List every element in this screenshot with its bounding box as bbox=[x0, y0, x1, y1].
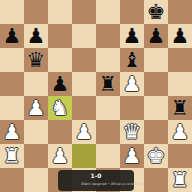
square-a6[interactable] bbox=[0, 48, 24, 72]
white-pawn-f5[interactable]: ♟ bbox=[120, 72, 144, 96]
square-a4[interactable] bbox=[0, 96, 24, 120]
black-queen-b6[interactable]: ♛ bbox=[24, 48, 48, 72]
square-d8[interactable] bbox=[72, 0, 96, 24]
square-e6[interactable] bbox=[96, 48, 120, 72]
black-pawn-f7[interactable]: ♟ bbox=[120, 24, 144, 48]
square-h2[interactable] bbox=[168, 144, 192, 168]
black-pawn-c5[interactable]: ♟ bbox=[48, 72, 72, 96]
square-c3[interactable] bbox=[48, 120, 72, 144]
black-bishop-f6[interactable]: ♝ bbox=[120, 48, 144, 72]
result-score: 1-0 bbox=[61, 172, 131, 179]
square-e3[interactable] bbox=[96, 120, 120, 144]
square-d4[interactable] bbox=[72, 96, 96, 120]
square-a8[interactable] bbox=[0, 0, 24, 24]
square-b4[interactable]: ♟ bbox=[24, 96, 48, 120]
square-b7[interactable]: ♟ bbox=[24, 24, 48, 48]
square-b5[interactable] bbox=[24, 72, 48, 96]
square-h4[interactable]: ♜ bbox=[168, 96, 192, 120]
white-queen-f3[interactable]: ♛ bbox=[120, 120, 144, 144]
square-a2[interactable]: ♜ bbox=[0, 144, 24, 168]
black-pawn-b7[interactable]: ♟ bbox=[24, 24, 48, 48]
chess-game-screen: ♚♟♟♟♟♟♛♝♟♜♟♟♞♜♟♟♛♟♜♟♟♚♜ 1-0 Black resign… bbox=[0, 0, 192, 192]
square-a1[interactable] bbox=[0, 168, 24, 192]
square-f4[interactable] bbox=[120, 96, 144, 120]
square-g2[interactable]: ♚ bbox=[144, 144, 168, 168]
square-c6[interactable] bbox=[48, 48, 72, 72]
square-d7[interactable] bbox=[72, 24, 96, 48]
square-h3[interactable]: ♟ bbox=[168, 120, 192, 144]
square-a7[interactable]: ♟ bbox=[0, 24, 24, 48]
square-g3[interactable] bbox=[144, 120, 168, 144]
square-h6[interactable] bbox=[168, 48, 192, 72]
square-h7[interactable]: ♟ bbox=[168, 24, 192, 48]
black-rook-e5[interactable]: ♜ bbox=[96, 72, 120, 96]
black-rook-h4[interactable]: ♜ bbox=[168, 96, 192, 120]
square-f2[interactable]: ♟ bbox=[120, 144, 144, 168]
square-f6[interactable]: ♝ bbox=[120, 48, 144, 72]
square-a3[interactable]: ♟ bbox=[0, 120, 24, 144]
white-rook-a2[interactable]: ♜ bbox=[0, 144, 24, 168]
white-king-g2[interactable]: ♚ bbox=[144, 144, 168, 168]
square-b8[interactable] bbox=[24, 0, 48, 24]
square-b2[interactable] bbox=[24, 144, 48, 168]
square-c2[interactable]: ♟ bbox=[48, 144, 72, 168]
square-c8[interactable] bbox=[48, 0, 72, 24]
black-pawn-g7[interactable]: ♟ bbox=[144, 24, 168, 48]
square-g5[interactable] bbox=[144, 72, 168, 96]
square-e7[interactable] bbox=[96, 24, 120, 48]
white-knight-c4[interactable]: ♞ bbox=[48, 96, 72, 120]
square-g4[interactable] bbox=[144, 96, 168, 120]
square-d6[interactable] bbox=[72, 48, 96, 72]
square-h5[interactable] bbox=[168, 72, 192, 96]
square-e4[interactable] bbox=[96, 96, 120, 120]
square-d3[interactable]: ♟ bbox=[72, 120, 96, 144]
square-f8[interactable] bbox=[120, 0, 144, 24]
square-h8[interactable] bbox=[168, 0, 192, 24]
white-pawn-b4[interactable]: ♟ bbox=[24, 96, 48, 120]
square-d5[interactable] bbox=[72, 72, 96, 96]
square-b6[interactable]: ♛ bbox=[24, 48, 48, 72]
chess-board[interactable]: ♚♟♟♟♟♟♛♝♟♜♟♟♞♜♟♟♛♟♜♟♟♚♜ bbox=[0, 0, 192, 192]
square-f3[interactable]: ♛ bbox=[120, 120, 144, 144]
black-pawn-h7[interactable]: ♟ bbox=[168, 24, 192, 48]
square-a5[interactable] bbox=[0, 72, 24, 96]
game-result-overlay: 1-0 Black resigned • White is victorious bbox=[58, 170, 134, 191]
square-e2[interactable] bbox=[96, 144, 120, 168]
white-rook-h1[interactable]: ♜ bbox=[168, 168, 192, 192]
square-e5[interactable]: ♜ bbox=[96, 72, 120, 96]
white-pawn-f2[interactable]: ♟ bbox=[120, 144, 144, 168]
square-g1[interactable] bbox=[144, 168, 168, 192]
black-pawn-a7[interactable]: ♟ bbox=[0, 24, 24, 48]
square-h1[interactable]: ♜ bbox=[168, 168, 192, 192]
square-f5[interactable]: ♟ bbox=[120, 72, 144, 96]
square-e8[interactable] bbox=[96, 0, 120, 24]
square-b3[interactable] bbox=[24, 120, 48, 144]
square-g8[interactable]: ♚ bbox=[144, 0, 168, 24]
square-d2[interactable] bbox=[72, 144, 96, 168]
square-c7[interactable] bbox=[48, 24, 72, 48]
white-pawn-c2[interactable]: ♟ bbox=[48, 144, 72, 168]
square-f7[interactable]: ♟ bbox=[120, 24, 144, 48]
black-king-g8[interactable]: ♚ bbox=[144, 0, 168, 24]
square-c5[interactable]: ♟ bbox=[48, 72, 72, 96]
square-b1[interactable] bbox=[24, 168, 48, 192]
square-g7[interactable]: ♟ bbox=[144, 24, 168, 48]
square-c4[interactable]: ♞ bbox=[48, 96, 72, 120]
white-pawn-d3[interactable]: ♟ bbox=[72, 120, 96, 144]
result-message: Black resigned • White is victorious bbox=[81, 182, 111, 186]
white-pawn-a3[interactable]: ♟ bbox=[0, 120, 24, 144]
square-g6[interactable] bbox=[144, 48, 168, 72]
white-pawn-h3[interactable]: ♟ bbox=[168, 120, 192, 144]
